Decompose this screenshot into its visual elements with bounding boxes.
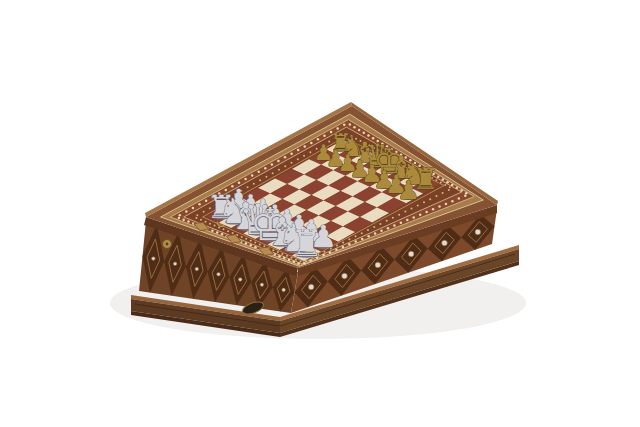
band-inlay-dot: [387, 227, 390, 230]
band-inlay-dot: [304, 145, 307, 148]
band-inlay-dot: [348, 243, 351, 246]
frame-inlay-dot: [278, 169, 280, 171]
frame-inlay-dot: [342, 241, 344, 243]
band-inlay-dot: [216, 231, 219, 234]
pearl-dot: [442, 240, 448, 246]
band-inlay-dot: [355, 240, 358, 243]
frame-inlay-dot: [195, 217, 197, 219]
band-inlay-dot: [221, 233, 224, 236]
band-inlay-dot: [178, 217, 181, 220]
band-inlay-dot: [244, 178, 247, 181]
frame-inlay-dot: [291, 162, 293, 164]
band-inlay-dot: [446, 181, 449, 184]
band-inlay-dot: [310, 142, 313, 145]
band-inlay-dot: [343, 124, 346, 127]
frame-inlay-dot: [448, 189, 450, 191]
pearl-dot: [308, 284, 314, 290]
frame-inlay-dot: [440, 182, 442, 184]
band-inlay-dot: [251, 174, 254, 177]
band-inlay-dot: [400, 222, 403, 225]
band-inlay-dot: [419, 213, 422, 216]
frame-inlay-dot: [442, 192, 444, 194]
band-inlay-dot: [342, 246, 345, 249]
band-inlay-dot: [349, 123, 352, 126]
frame-inlay-dot: [303, 155, 305, 157]
band-inlay-dot: [179, 214, 182, 217]
band-inlay-dot: [211, 229, 214, 232]
frame-inlay-dot: [367, 229, 369, 231]
frame-inlay-dot: [423, 201, 425, 203]
band-inlay-dot: [412, 216, 415, 219]
band-inlay-dot: [406, 219, 409, 222]
frame-inlay-dot: [204, 221, 206, 223]
frame-inlay-dot: [297, 158, 299, 160]
frame-inlay-dot: [200, 219, 202, 221]
band-inlay-dot: [464, 195, 467, 198]
pearl-dot: [408, 251, 414, 257]
frame-inlay-dot: [411, 207, 413, 209]
pearl-dot: [475, 229, 481, 235]
band-inlay-dot: [465, 192, 468, 195]
band-inlay-dot: [187, 220, 190, 223]
band-inlay-dot: [185, 210, 188, 213]
frame-inlay-dot: [379, 223, 381, 225]
frame-inlay-dot: [355, 235, 357, 237]
frame-inlay-dot: [309, 151, 311, 153]
frame-inlay-dot: [284, 165, 286, 167]
frame-inlay-dot: [361, 232, 363, 234]
band-inlay-dot: [290, 152, 293, 155]
piece-black-p-h7: ♟: [397, 175, 420, 205]
frame-inlay-dot: [196, 214, 198, 216]
band-inlay-dot: [451, 184, 454, 187]
band-inlay-dot: [353, 126, 356, 129]
pearl-dot: [342, 273, 348, 279]
band-inlay-dot: [393, 224, 396, 227]
band-inlay-dot: [445, 203, 448, 206]
band-inlay-dot: [380, 230, 383, 233]
band-inlay-dot: [451, 200, 454, 203]
frame-inlay-dot: [259, 179, 261, 181]
pearl-dot: [173, 262, 177, 266]
frame-inlay-dot: [404, 211, 406, 213]
pearl-dot: [375, 262, 381, 268]
frame-inlay-dot: [429, 198, 431, 200]
band-inlay-dot: [277, 160, 280, 163]
band-inlay-dot: [182, 218, 185, 221]
band-inlay-dot: [257, 171, 260, 174]
band-inlay-dot: [264, 167, 267, 170]
band-inlay-dot: [425, 211, 428, 214]
band-inlay-dot: [438, 205, 441, 208]
frame-inlay-dot: [449, 186, 451, 188]
band-inlay-dot: [374, 232, 377, 235]
pearl-dot: [282, 288, 286, 292]
band-inlay-dot: [323, 134, 326, 137]
product-photo: ♜♞♟♝♟♛♟♚♟♝♟♞♟♜♟♟♟♟♜♟♞♟♝♟♛♟♚♟♝♟♞♜: [0, 0, 640, 427]
frame-inlay-dot: [392, 217, 394, 219]
frame-inlay-dot: [272, 172, 274, 174]
frame-inlay-dot: [203, 211, 205, 213]
pearl-dot: [152, 257, 156, 261]
frame-inlay-dot: [373, 226, 375, 228]
band-inlay-dot: [432, 208, 435, 211]
pearl-dot: [195, 267, 199, 271]
band-inlay-dot: [460, 189, 463, 192]
pearl-dot: [260, 283, 264, 287]
band-inlay-dot: [297, 149, 300, 152]
band-inlay-dot: [284, 156, 287, 159]
frame-inlay-dot: [398, 214, 400, 216]
band-inlay-dot: [367, 235, 370, 238]
drawer-keyhole: [166, 243, 169, 246]
pearl-dot: [238, 278, 242, 282]
band-inlay-dot: [361, 238, 364, 241]
chess-set-photo: ♜♞♟♝♟♛♟♚♟♝♟♞♟♜♟♟♟♟♜♟♞♟♝♟♛♟♚♟♝♟♞♜: [0, 0, 640, 427]
band-inlay-dot: [458, 197, 461, 200]
piece-white-r-h1: ♜: [290, 222, 323, 265]
band-inlay-dot: [192, 207, 195, 210]
frame-inlay-dot: [265, 176, 267, 178]
frame-inlay-dot: [348, 238, 350, 240]
frame-inlay-dot: [386, 220, 388, 222]
band-inlay-dot: [442, 178, 445, 181]
band-inlay-dot: [198, 203, 201, 206]
frame-inlay-dot: [444, 184, 446, 186]
pearl-dot: [217, 272, 221, 276]
band-inlay-dot: [271, 163, 274, 166]
band-inlay-dot: [456, 186, 459, 189]
frame-inlay-dot: [253, 183, 255, 185]
